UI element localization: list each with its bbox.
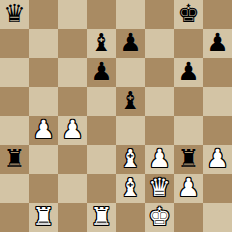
square-c4[interactable]: ♟ <box>58 116 87 145</box>
square-g2[interactable]: ♟ <box>174 174 203 203</box>
square-b1[interactable]: ♜ <box>29 203 58 232</box>
square-e1[interactable] <box>116 203 145 232</box>
white-bishop-e3[interactable]: ♝ <box>119 145 141 173</box>
square-b8[interactable] <box>29 0 58 29</box>
square-h3[interactable]: ♟ <box>203 145 232 174</box>
square-g4[interactable] <box>174 116 203 145</box>
black-pawn-h7[interactable]: ♟ <box>206 29 228 57</box>
square-e6[interactable] <box>116 58 145 87</box>
square-g7[interactable] <box>174 29 203 58</box>
square-f5[interactable] <box>145 87 174 116</box>
black-queen-a8[interactable]: ♛ <box>3 0 25 28</box>
square-a2[interactable] <box>0 174 29 203</box>
square-c1[interactable] <box>58 203 87 232</box>
square-a1[interactable] <box>0 203 29 232</box>
black-pawn-g6[interactable]: ♟ <box>177 58 199 86</box>
black-bishop-d7[interactable]: ♝ <box>90 29 112 57</box>
black-king-g8[interactable]: ♚ <box>177 0 199 28</box>
square-a5[interactable] <box>0 87 29 116</box>
square-d1[interactable]: ♜ <box>87 203 116 232</box>
square-f2[interactable]: ♛ <box>145 174 174 203</box>
square-h5[interactable] <box>203 87 232 116</box>
square-f3[interactable]: ♟ <box>145 145 174 174</box>
black-bishop-e5[interactable]: ♝ <box>119 87 141 115</box>
black-pawn-d6[interactable]: ♟ <box>90 58 112 86</box>
square-d6[interactable]: ♟ <box>87 58 116 87</box>
chess-board: ♛♚♝♟♟♟♟♝♟♟♜♝♟♜♟♝♛♟♜♜♚ <box>0 0 232 232</box>
square-c5[interactable] <box>58 87 87 116</box>
white-pawn-c4[interactable]: ♟ <box>61 116 83 144</box>
square-h4[interactable] <box>203 116 232 145</box>
square-h2[interactable] <box>203 174 232 203</box>
square-f4[interactable] <box>145 116 174 145</box>
white-king-f1[interactable]: ♚ <box>148 203 170 231</box>
square-c7[interactable] <box>58 29 87 58</box>
square-e3[interactable]: ♝ <box>116 145 145 174</box>
black-rook-g3[interactable]: ♜ <box>177 145 199 173</box>
square-e4[interactable] <box>116 116 145 145</box>
black-rook-a3[interactable]: ♜ <box>3 145 25 173</box>
square-g5[interactable] <box>174 87 203 116</box>
square-a6[interactable] <box>0 58 29 87</box>
square-e7[interactable]: ♟ <box>116 29 145 58</box>
square-h1[interactable] <box>203 203 232 232</box>
square-b4[interactable]: ♟ <box>29 116 58 145</box>
white-pawn-h3[interactable]: ♟ <box>206 145 228 173</box>
white-pawn-b4[interactable]: ♟ <box>32 116 54 144</box>
square-c3[interactable] <box>58 145 87 174</box>
square-h8[interactable] <box>203 0 232 29</box>
square-g1[interactable] <box>174 203 203 232</box>
square-h6[interactable] <box>203 58 232 87</box>
square-b6[interactable] <box>29 58 58 87</box>
square-d4[interactable] <box>87 116 116 145</box>
square-e2[interactable]: ♝ <box>116 174 145 203</box>
square-c8[interactable] <box>58 0 87 29</box>
square-c2[interactable] <box>58 174 87 203</box>
black-pawn-e7[interactable]: ♟ <box>119 29 141 57</box>
square-f8[interactable] <box>145 0 174 29</box>
square-b5[interactable] <box>29 87 58 116</box>
square-d2[interactable] <box>87 174 116 203</box>
white-pawn-g2[interactable]: ♟ <box>177 174 199 202</box>
white-pawn-f3[interactable]: ♟ <box>148 145 170 173</box>
square-e8[interactable] <box>116 0 145 29</box>
square-e5[interactable]: ♝ <box>116 87 145 116</box>
square-g8[interactable]: ♚ <box>174 0 203 29</box>
square-h7[interactable]: ♟ <box>203 29 232 58</box>
square-a7[interactable] <box>0 29 29 58</box>
square-a8[interactable]: ♛ <box>0 0 29 29</box>
square-b3[interactable] <box>29 145 58 174</box>
square-b2[interactable] <box>29 174 58 203</box>
square-d3[interactable] <box>87 145 116 174</box>
square-f1[interactable]: ♚ <box>145 203 174 232</box>
square-d7[interactable]: ♝ <box>87 29 116 58</box>
white-bishop-e2[interactable]: ♝ <box>119 174 141 202</box>
white-queen-f2[interactable]: ♛ <box>148 174 170 202</box>
square-d5[interactable] <box>87 87 116 116</box>
white-rook-d1[interactable]: ♜ <box>90 203 112 231</box>
white-rook-b1[interactable]: ♜ <box>32 203 54 231</box>
square-a4[interactable] <box>0 116 29 145</box>
square-g3[interactable]: ♜ <box>174 145 203 174</box>
square-c6[interactable] <box>58 58 87 87</box>
square-g6[interactable]: ♟ <box>174 58 203 87</box>
square-a3[interactable]: ♜ <box>0 145 29 174</box>
square-d8[interactable] <box>87 0 116 29</box>
square-b7[interactable] <box>29 29 58 58</box>
square-f7[interactable] <box>145 29 174 58</box>
square-f6[interactable] <box>145 58 174 87</box>
